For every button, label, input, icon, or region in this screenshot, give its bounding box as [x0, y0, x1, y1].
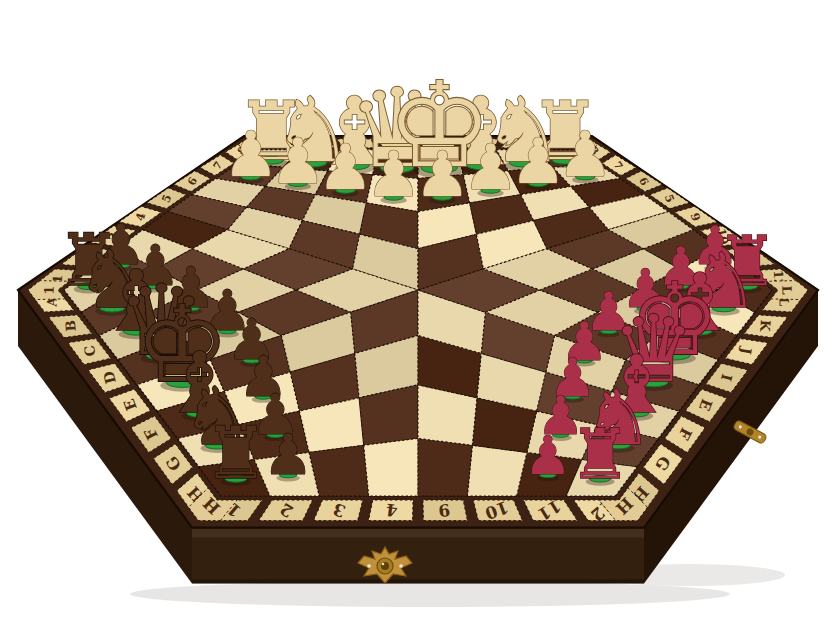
board-cell — [309, 445, 369, 496]
red-pawn: ♟ — [524, 425, 572, 487]
svg-text:♟: ♟ — [414, 138, 470, 211]
coordinate-label: 1 — [42, 285, 57, 294]
svg-text:♟: ♟ — [462, 131, 518, 204]
board-cell — [418, 438, 472, 496]
brown-pawn: ♟ — [263, 422, 313, 487]
board-cell — [467, 445, 527, 496]
svg-text:♜: ♜ — [204, 411, 269, 495]
svg-text:♜: ♜ — [569, 415, 630, 494]
red-rook: ♜ — [569, 415, 630, 494]
brown-rook: ♜ — [204, 411, 269, 495]
three-player-chess-product-photo: 1234567887659101112LKJIEFGH12349101112AB… — [0, 0, 840, 630]
coordinate-label: 4 — [385, 500, 399, 521]
board-cell — [364, 438, 418, 496]
white-pawn: ♟ — [414, 138, 470, 211]
white-pawn: ♟ — [462, 131, 518, 204]
svg-text:♟: ♟ — [263, 422, 313, 487]
coordinate-label: L — [779, 285, 794, 294]
three-player-chess-board: 1234567887659101112LKJIEFGH12349101112AB… — [0, 0, 840, 630]
svg-text:♟: ♟ — [524, 425, 572, 487]
coordinate-label: 9 — [437, 500, 451, 521]
